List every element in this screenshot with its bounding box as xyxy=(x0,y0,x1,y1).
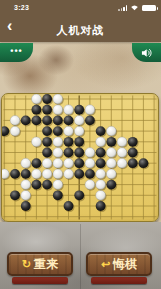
stone-black xyxy=(64,116,74,126)
stone-white xyxy=(21,158,31,168)
stone-black xyxy=(96,148,106,158)
stone-black xyxy=(106,180,116,190)
restart-button[interactable]: ↻ 重来 xyxy=(7,252,73,276)
stone-white xyxy=(53,180,63,190)
stone-black xyxy=(74,137,84,147)
stone-white xyxy=(106,148,116,158)
cellular-signal-icon xyxy=(118,5,127,11)
stone-white xyxy=(106,158,116,168)
stone-white xyxy=(21,180,31,190)
stone-black xyxy=(42,116,52,126)
undo-button-base xyxy=(91,277,147,284)
top-bar: 3:23 ‹ 人机对战 xyxy=(0,0,161,42)
stone-black xyxy=(42,137,52,147)
stone-white xyxy=(117,158,127,168)
stone-white xyxy=(117,137,127,147)
stone-white xyxy=(10,126,20,136)
stone-black xyxy=(139,158,149,168)
stone-white xyxy=(96,190,106,200)
undo-button[interactable]: ↩ 悔棋 xyxy=(86,252,152,276)
stone-white xyxy=(42,169,52,179)
stone-white xyxy=(85,148,95,158)
stone-white xyxy=(53,137,63,147)
stone-white xyxy=(64,105,74,115)
stone-white xyxy=(85,158,95,168)
board-stones xyxy=(2,94,149,212)
stone-white xyxy=(53,158,63,168)
stone-white xyxy=(106,126,116,136)
stone-black xyxy=(10,190,20,200)
stone-black xyxy=(74,158,84,168)
undo-icon: ↩ xyxy=(101,258,110,271)
stone-black xyxy=(85,169,95,179)
stone-black xyxy=(64,148,74,158)
undo-button-label: 悔棋 xyxy=(113,256,137,273)
stone-black xyxy=(64,201,74,211)
stone-white xyxy=(74,116,84,126)
stone-white xyxy=(85,180,95,190)
stone-white xyxy=(53,105,63,115)
stone-black xyxy=(21,201,31,211)
wifi-icon xyxy=(130,4,139,11)
stone-black xyxy=(128,148,138,158)
stone-white xyxy=(53,169,63,179)
stone-white xyxy=(42,158,52,168)
stone-white xyxy=(32,94,42,104)
gomoku-board[interactable] xyxy=(1,93,159,222)
status-icons xyxy=(118,4,156,11)
restart-button-base xyxy=(12,277,68,284)
stone-white xyxy=(32,137,42,147)
stone-white xyxy=(53,94,63,104)
speaker-icon xyxy=(141,48,153,58)
stone-white xyxy=(85,105,95,115)
stone-black xyxy=(32,116,42,126)
stone-black xyxy=(64,137,74,147)
stone-black xyxy=(96,201,106,211)
stone-white xyxy=(64,169,74,179)
stone-black xyxy=(42,94,52,104)
stone-black xyxy=(74,190,84,200)
stone-black xyxy=(21,169,31,179)
stone-black xyxy=(42,180,52,190)
shelf-seam xyxy=(80,224,81,289)
stone-white xyxy=(96,169,106,179)
menu-dots-button[interactable]: ••• xyxy=(0,43,33,62)
stone-black xyxy=(96,158,106,168)
stone-black xyxy=(53,190,63,200)
stone-black xyxy=(106,137,116,147)
stone-white xyxy=(96,180,106,190)
stone-black xyxy=(128,158,138,168)
sound-button[interactable] xyxy=(132,43,161,62)
stone-black xyxy=(32,180,42,190)
stone-white xyxy=(32,169,42,179)
status-time: 3:23 xyxy=(14,4,29,11)
stone-white xyxy=(74,126,84,136)
stone-white xyxy=(117,148,127,158)
stone-black xyxy=(74,148,84,158)
stone-black xyxy=(42,105,52,115)
stone-white xyxy=(96,137,106,147)
battery-icon xyxy=(142,5,156,11)
stone-black xyxy=(53,116,63,126)
restart-icon: ↻ xyxy=(22,258,31,271)
stone-black xyxy=(96,126,106,136)
stone-black xyxy=(74,105,84,115)
stone-black xyxy=(32,105,42,115)
stone-white xyxy=(106,169,116,179)
stone-black xyxy=(85,116,95,126)
stone-white xyxy=(21,190,31,200)
stone-white xyxy=(53,148,63,158)
stone-white xyxy=(10,116,20,126)
restart-button-label: 重来 xyxy=(34,256,58,273)
stone-white xyxy=(64,126,74,136)
stone-black xyxy=(21,116,31,126)
stone-black xyxy=(74,169,84,179)
game-screen: 3:23 ‹ 人机对战 ••• xyxy=(0,0,161,289)
stone-black xyxy=(128,137,138,147)
stone-black xyxy=(32,158,42,168)
stone-black xyxy=(53,126,63,136)
stone-black xyxy=(10,169,20,179)
stone-black xyxy=(42,148,52,158)
stone-white xyxy=(64,158,74,168)
stone-black xyxy=(42,126,52,136)
page-title: 人机对战 xyxy=(0,23,161,38)
